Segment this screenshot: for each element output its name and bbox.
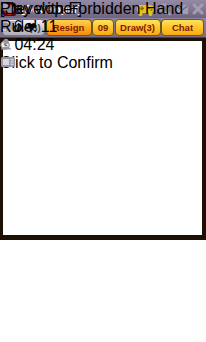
promo-banner[interactable]: Play with Forbidden Hand Rule! [0, 0, 206, 36]
player-clock: 04:24 [0, 36, 113, 54]
grid-hline [3, 224, 187, 225]
scorecard-button[interactable] [0, 54, 16, 72]
player-list-button[interactable] [0, 36, 16, 54]
player-icon [0, 38, 12, 50]
promo-banner-text: Play with Forbidden Hand Rule! [0, 0, 183, 35]
scorecard-icon [0, 56, 16, 68]
clock-value: 04:24 [14, 36, 54, 53]
grid-vline [3, 225, 4, 342]
confirm-button[interactable]: Click to Confirm [0, 54, 113, 72]
